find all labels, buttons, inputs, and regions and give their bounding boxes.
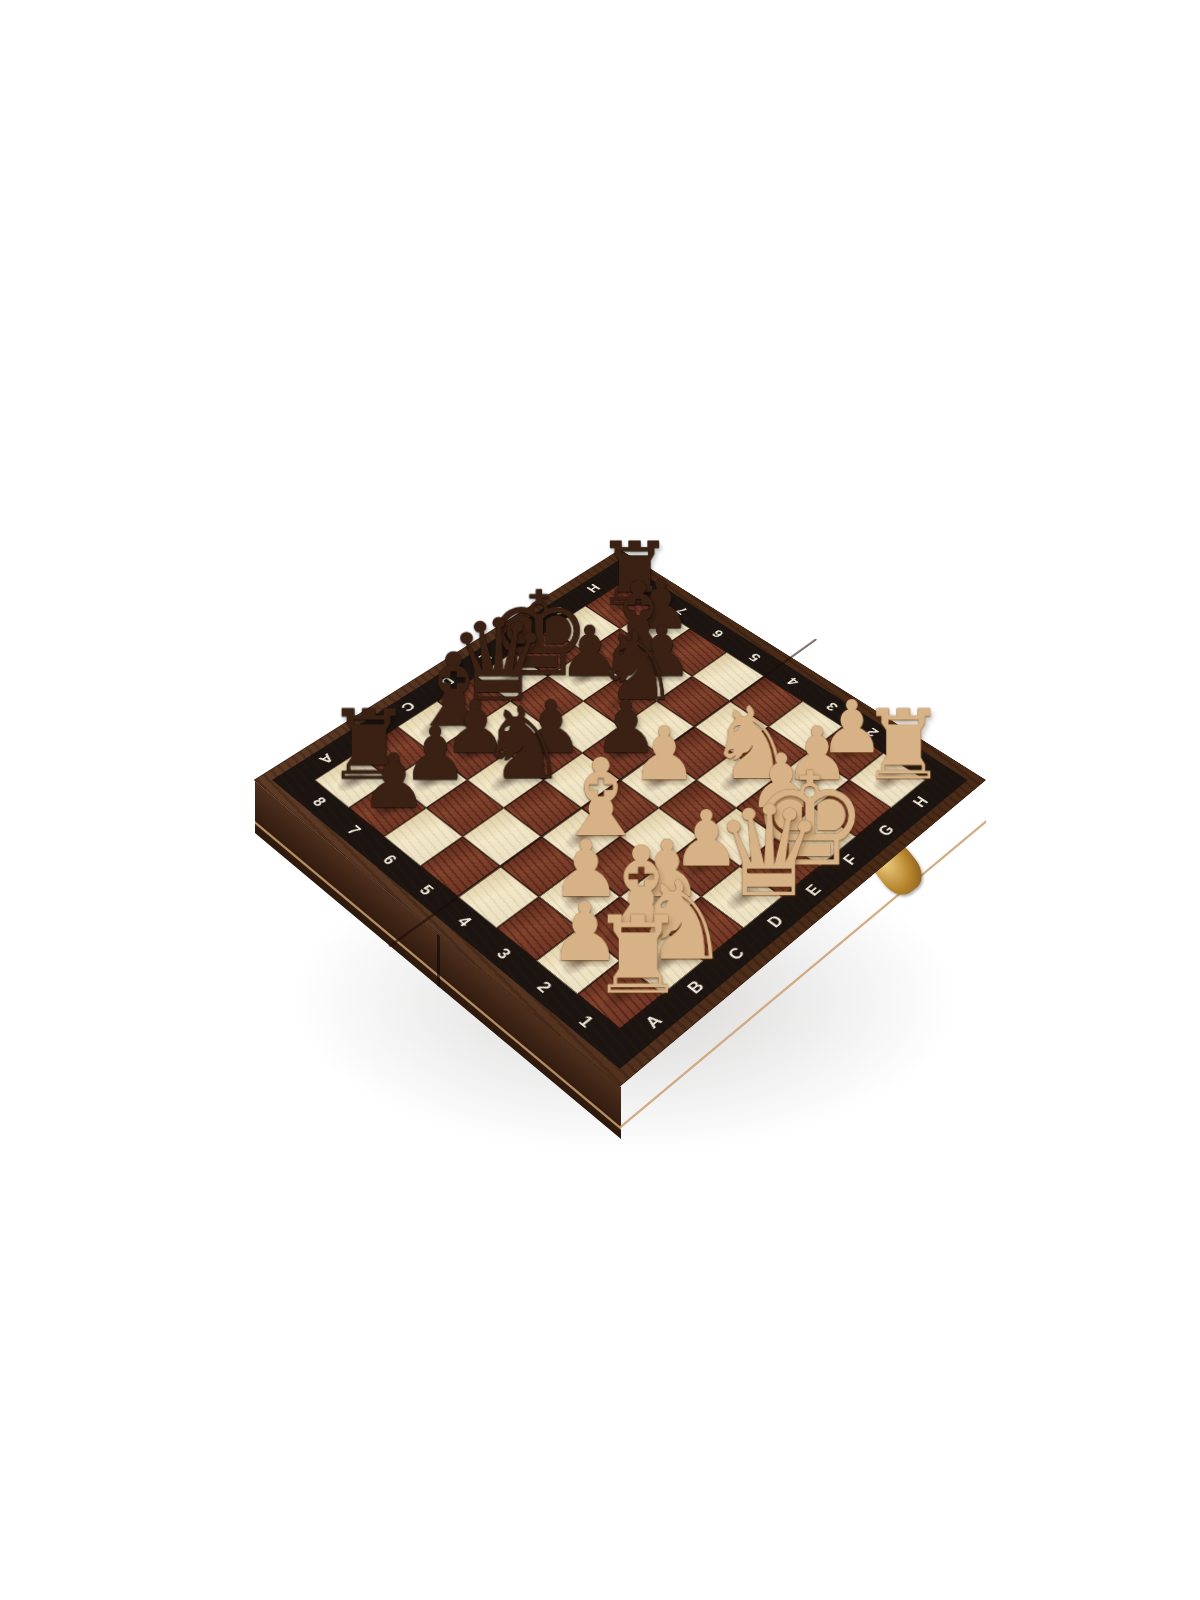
playing-area: ♜♝♛♚♜♟♟♟♟♝♟♞♟♞♟♟♝♟♟♞♟♝♟♟♟♟♟♜♞♛♚♜ bbox=[315, 583, 926, 1029]
piece-white-rook-a1[interactable]: ♜ bbox=[590, 902, 650, 1009]
chess-board: AABBCCDDEEFFGGHH8877665544332211 ♜♝♛♚♜♟♟… bbox=[255, 550, 985, 1086]
photo-scene: AABBCCDDEEFFGGHH8877665544332211 ♜♝♛♚♜♟♟… bbox=[0, 0, 1200, 1600]
piece-black-knight-c6[interactable]: ♞ bbox=[478, 694, 532, 794]
piece-black-pawn-a7[interactable]: ♟ bbox=[360, 743, 415, 818]
